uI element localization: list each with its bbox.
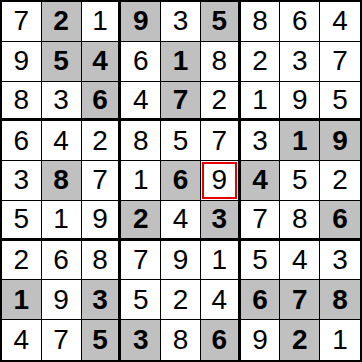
- selected-cell[interactable]: 9: [201, 161, 241, 201]
- sudoku-board: 7219358649546182378364721956428573193871…: [0, 0, 362, 362]
- cell-r5c1[interactable]: 3: [2, 161, 42, 201]
- cell-r8c2[interactable]: 9: [42, 280, 82, 320]
- cell-r7c8[interactable]: 4: [280, 241, 320, 281]
- cell-r5c5[interactable]: 6: [161, 161, 201, 201]
- cell-r3c5[interactable]: 7: [161, 82, 201, 122]
- cell-r8c6[interactable]: 4: [201, 280, 241, 320]
- cell-r3c9[interactable]: 5: [320, 82, 360, 122]
- cell-r6c1[interactable]: 5: [2, 201, 42, 241]
- cell-r4c6[interactable]: 7: [201, 121, 241, 161]
- cell-r3c6[interactable]: 2: [201, 82, 241, 122]
- cell-r8c3[interactable]: 3: [82, 280, 122, 320]
- cell-r2c8[interactable]: 3: [280, 42, 320, 82]
- cell-r4c5[interactable]: 5: [161, 121, 201, 161]
- cell-r4c7[interactable]: 3: [241, 121, 281, 161]
- cell-r6c8[interactable]: 8: [280, 201, 320, 241]
- cell-r8c9[interactable]: 8: [320, 280, 360, 320]
- cell-r5c2[interactable]: 8: [42, 161, 82, 201]
- cell-r4c4[interactable]: 8: [121, 121, 161, 161]
- cell-r1c1[interactable]: 7: [2, 2, 42, 42]
- cell-r4c8[interactable]: 1: [280, 121, 320, 161]
- cell-r4c2[interactable]: 4: [42, 121, 82, 161]
- cell-r7c5[interactable]: 9: [161, 241, 201, 281]
- cell-r1c9[interactable]: 4: [320, 2, 360, 42]
- cell-r8c7[interactable]: 6: [241, 280, 281, 320]
- cell-r9c8[interactable]: 2: [280, 320, 320, 360]
- cell-r3c3[interactable]: 6: [82, 82, 122, 122]
- cell-r1c5[interactable]: 3: [161, 2, 201, 42]
- cell-r9c6[interactable]: 6: [201, 320, 241, 360]
- cell-r7c7[interactable]: 5: [241, 241, 281, 281]
- cell-r6c9[interactable]: 6: [320, 201, 360, 241]
- cell-r9c3[interactable]: 5: [82, 320, 122, 360]
- cell-r2c5[interactable]: 1: [161, 42, 201, 82]
- cell-r2c6[interactable]: 8: [201, 42, 241, 82]
- cell-r4c9[interactable]: 9: [320, 121, 360, 161]
- cell-r5c3[interactable]: 7: [82, 161, 122, 201]
- cell-r1c2[interactable]: 2: [42, 2, 82, 42]
- cell-r6c5[interactable]: 4: [161, 201, 201, 241]
- cell-r1c7[interactable]: 8: [241, 2, 281, 42]
- cell-r2c4[interactable]: 6: [121, 42, 161, 82]
- cell-r8c5[interactable]: 2: [161, 280, 201, 320]
- cell-r6c7[interactable]: 7: [241, 201, 281, 241]
- cell-r6c6[interactable]: 3: [201, 201, 241, 241]
- cell-r2c3[interactable]: 4: [82, 42, 122, 82]
- cell-r9c5[interactable]: 8: [161, 320, 201, 360]
- cell-r2c2[interactable]: 5: [42, 42, 82, 82]
- cell-r8c1[interactable]: 1: [2, 280, 42, 320]
- cell-r9c2[interactable]: 7: [42, 320, 82, 360]
- cell-r7c1[interactable]: 2: [2, 241, 42, 281]
- cell-r1c3[interactable]: 1: [82, 2, 122, 42]
- cell-r9c4[interactable]: 3: [121, 320, 161, 360]
- cell-r1c8[interactable]: 6: [280, 2, 320, 42]
- cell-r7c9[interactable]: 3: [320, 241, 360, 281]
- cell-r2c7[interactable]: 2: [241, 42, 281, 82]
- cell-r2c1[interactable]: 9: [2, 42, 42, 82]
- cell-r6c4[interactable]: 2: [121, 201, 161, 241]
- cell-r3c2[interactable]: 3: [42, 82, 82, 122]
- cell-r8c8[interactable]: 7: [280, 280, 320, 320]
- cell-r8c4[interactable]: 5: [121, 280, 161, 320]
- cell-r5c7[interactable]: 4: [241, 161, 281, 201]
- cell-r1c6[interactable]: 5: [201, 2, 241, 42]
- cell-r5c4[interactable]: 1: [121, 161, 161, 201]
- cell-r1c4[interactable]: 9: [121, 2, 161, 42]
- cell-r9c1[interactable]: 4: [2, 320, 42, 360]
- cell-r5c8[interactable]: 5: [280, 161, 320, 201]
- cell-r3c4[interactable]: 4: [121, 82, 161, 122]
- cell-r7c4[interactable]: 7: [121, 241, 161, 281]
- cell-r4c1[interactable]: 6: [2, 121, 42, 161]
- cell-r6c3[interactable]: 9: [82, 201, 122, 241]
- cell-r3c1[interactable]: 8: [2, 82, 42, 122]
- cell-r3c7[interactable]: 1: [241, 82, 281, 122]
- cell-r5c9[interactable]: 2: [320, 161, 360, 201]
- cell-r7c2[interactable]: 6: [42, 241, 82, 281]
- cell-r9c9[interactable]: 1: [320, 320, 360, 360]
- cell-r2c9[interactable]: 7: [320, 42, 360, 82]
- cell-r4c3[interactable]: 2: [82, 121, 122, 161]
- cell-r3c8[interactable]: 9: [280, 82, 320, 122]
- cell-r9c7[interactable]: 9: [241, 320, 281, 360]
- cell-r7c3[interactable]: 8: [82, 241, 122, 281]
- cell-r6c2[interactable]: 1: [42, 201, 82, 241]
- cell-r7c6[interactable]: 1: [201, 241, 241, 281]
